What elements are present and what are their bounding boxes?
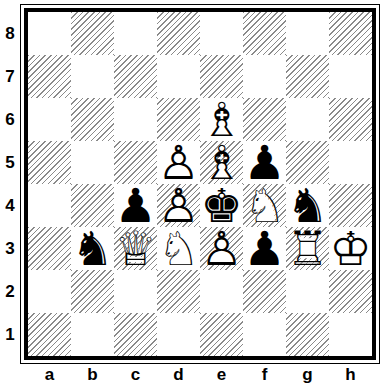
square-e8[interactable] [200, 12, 243, 55]
piece-fill: ♟ [240, 224, 288, 272]
piece-fill: ♞ [157, 227, 200, 270]
file-label-d: d [157, 362, 200, 388]
piece-fill: ♜ [286, 227, 329, 270]
piece-fill: ♞ [283, 181, 331, 229]
file-label-a: a [28, 362, 71, 388]
rank-label-6: 6 [0, 98, 20, 141]
square-c5[interactable] [114, 141, 157, 184]
square-d2[interactable] [157, 270, 200, 313]
piece-fill: ♟ [240, 138, 288, 186]
white-queen[interactable]: ♕ [114, 227, 157, 270]
square-d1[interactable] [157, 313, 200, 356]
piece-fill: ♞ [68, 224, 116, 272]
piece-fill: ♚ [329, 227, 372, 270]
file-label-c: c [114, 362, 157, 388]
rank-labels: 87654321 [0, 12, 20, 356]
square-d3[interactable]: ♞♘ [157, 227, 200, 270]
square-f8[interactable] [243, 12, 286, 55]
file-labels: abcdefgh [28, 362, 372, 388]
square-d7[interactable] [157, 55, 200, 98]
square-b4[interactable] [71, 184, 114, 227]
square-c8[interactable] [114, 12, 157, 55]
square-c7[interactable] [114, 55, 157, 98]
square-a1[interactable] [28, 313, 71, 356]
white-king[interactable]: ♔ [329, 227, 372, 270]
square-h2[interactable] [329, 270, 372, 313]
square-b6[interactable] [71, 98, 114, 141]
square-f3[interactable]: ♟♟ [243, 227, 286, 270]
square-d5[interactable]: ♟♙ [157, 141, 200, 184]
black-pawn[interactable]: ♟ [243, 227, 286, 270]
square-f4[interactable]: ♞♘ [243, 184, 286, 227]
rank-label-2: 2 [0, 270, 20, 313]
white-pawn[interactable]: ♙ [157, 184, 200, 227]
rank-label-1: 1 [0, 313, 20, 356]
piece-fill: ♟ [200, 227, 243, 270]
square-f2[interactable] [243, 270, 286, 313]
square-g1[interactable] [286, 313, 329, 356]
square-h6[interactable] [329, 98, 372, 141]
rank-label-3: 3 [0, 227, 20, 270]
black-knight[interactable]: ♞ [71, 227, 114, 270]
square-b3[interactable]: ♞♞ [71, 227, 114, 270]
square-a3[interactable] [28, 227, 71, 270]
square-a5[interactable] [28, 141, 71, 184]
piece-fill: ♟ [157, 184, 200, 227]
white-knight[interactable]: ♘ [243, 184, 286, 227]
white-pawn[interactable]: ♙ [200, 227, 243, 270]
file-label-f: f [243, 362, 286, 388]
square-b8[interactable] [71, 12, 114, 55]
square-c4[interactable]: ♟♟ [114, 184, 157, 227]
square-c1[interactable] [114, 313, 157, 356]
rank-label-7: 7 [0, 55, 20, 98]
square-c3[interactable]: ♛♕ [114, 227, 157, 270]
file-label-b: b [71, 362, 114, 388]
piece-fill: ♛ [114, 227, 157, 270]
piece-fill: ♞ [243, 184, 286, 227]
piece-fill: ♝ [200, 141, 243, 184]
white-knight[interactable]: ♘ [157, 227, 200, 270]
piece-fill: ♚ [197, 181, 245, 229]
black-king[interactable]: ♚ [200, 184, 243, 227]
piece-fill: ♝ [200, 98, 243, 141]
square-e1[interactable] [200, 313, 243, 356]
white-bishop[interactable]: ♗ [200, 141, 243, 184]
square-h4[interactable] [329, 184, 372, 227]
piece-fill: ♟ [157, 141, 200, 184]
square-a4[interactable] [28, 184, 71, 227]
square-a6[interactable] [28, 98, 71, 141]
square-e7[interactable] [200, 55, 243, 98]
square-g3[interactable]: ♜♖ [286, 227, 329, 270]
square-g6[interactable] [286, 98, 329, 141]
piece-fill: ♟ [111, 181, 159, 229]
square-e6[interactable]: ♝♗ [200, 98, 243, 141]
rank-label-8: 8 [0, 12, 20, 55]
square-g2[interactable] [286, 270, 329, 313]
square-g7[interactable] [286, 55, 329, 98]
white-pawn[interactable]: ♙ [157, 141, 200, 184]
square-d6[interactable] [157, 98, 200, 141]
square-h7[interactable] [329, 55, 372, 98]
square-d8[interactable] [157, 12, 200, 55]
white-bishop[interactable]: ♗ [200, 98, 243, 141]
square-f7[interactable] [243, 55, 286, 98]
file-label-g: g [286, 362, 329, 388]
square-a7[interactable] [28, 55, 71, 98]
square-b5[interactable] [71, 141, 114, 184]
square-e4[interactable]: ♚♚ [200, 184, 243, 227]
square-b2[interactable] [71, 270, 114, 313]
square-e3[interactable]: ♟♙ [200, 227, 243, 270]
square-c2[interactable] [114, 270, 157, 313]
square-e2[interactable] [200, 270, 243, 313]
square-c6[interactable] [114, 98, 157, 141]
square-g4[interactable]: ♞♞ [286, 184, 329, 227]
white-rook[interactable]: ♖ [286, 227, 329, 270]
square-e5[interactable]: ♝♗ [200, 141, 243, 184]
square-h3[interactable]: ♚♔ [329, 227, 372, 270]
square-h5[interactable] [329, 141, 372, 184]
square-h8[interactable] [329, 12, 372, 55]
square-f1[interactable] [243, 313, 286, 356]
black-pawn[interactable]: ♟ [243, 141, 286, 184]
rank-label-4: 4 [0, 184, 20, 227]
square-b1[interactable] [71, 313, 114, 356]
square-g8[interactable] [286, 12, 329, 55]
rank-label-5: 5 [0, 141, 20, 184]
square-f5[interactable]: ♟♟ [243, 141, 286, 184]
square-h1[interactable] [329, 313, 372, 356]
square-g5[interactable] [286, 141, 329, 184]
square-f6[interactable] [243, 98, 286, 141]
square-a8[interactable] [28, 12, 71, 55]
black-knight[interactable]: ♞ [286, 184, 329, 227]
black-pawn[interactable]: ♟ [114, 184, 157, 227]
square-d4[interactable]: ♟♙ [157, 184, 200, 227]
square-b7[interactable] [71, 55, 114, 98]
chess-diagram: ♝♗♟♙♝♗♟♟♟♟♟♙♚♚♞♘♞♞♞♞♛♕♞♘♟♙♟♟♜♖♚♔ 8765432… [0, 0, 386, 390]
file-label-e: e [200, 362, 243, 388]
file-label-h: h [329, 362, 372, 388]
chess-board: ♝♗♟♙♝♗♟♟♟♟♟♙♚♚♞♘♞♞♞♞♛♕♞♘♟♙♟♟♜♖♚♔ [24, 8, 376, 360]
square-a2[interactable] [28, 270, 71, 313]
